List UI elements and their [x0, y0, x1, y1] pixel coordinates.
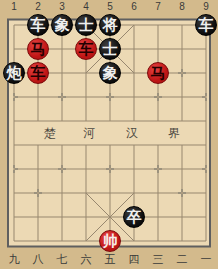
- bottom-coord-label: 八: [28, 252, 48, 266]
- top-coord-label: 6: [124, 1, 144, 13]
- piece-black-chariot[interactable]: 车: [27, 14, 49, 36]
- top-coord-label: 1: [4, 1, 24, 13]
- piece-black-elephant[interactable]: 象: [51, 14, 73, 36]
- piece-red-chariot[interactable]: 车: [27, 62, 49, 84]
- bottom-coord-label: 九: [4, 252, 24, 266]
- piece-red-horse[interactable]: 马: [27, 38, 49, 60]
- xiangqi-app: 123456789 楚河汉界 九八七六五四三二一 车象士将车马车士炮车象马卒帅: [0, 0, 218, 269]
- top-coord-label: 5: [100, 1, 120, 13]
- bottom-coord-label: 二: [172, 252, 192, 266]
- piece-black-advisor[interactable]: 士: [99, 38, 121, 60]
- bottom-coord-label: 一: [196, 252, 216, 266]
- top-coord-label: 3: [52, 1, 72, 13]
- top-coord-label: 4: [76, 1, 96, 13]
- river-char: 汉: [124, 126, 140, 140]
- piece-black-chariot[interactable]: 车: [195, 14, 217, 36]
- river-char: 界: [166, 126, 182, 140]
- bottom-coord-label: 五: [100, 252, 120, 266]
- bottom-coord-label: 七: [52, 252, 72, 266]
- bottom-coord-label: 三: [148, 252, 168, 266]
- piece-black-elephant[interactable]: 象: [99, 62, 121, 84]
- river-char: 河: [81, 126, 97, 140]
- top-coord-label: 9: [196, 1, 216, 13]
- piece-red-horse[interactable]: 马: [147, 62, 169, 84]
- piece-black-cannon[interactable]: 炮: [3, 62, 25, 84]
- top-coord-label: 7: [148, 1, 168, 13]
- piece-red-general[interactable]: 帅: [99, 230, 121, 252]
- piece-red-chariot[interactable]: 车: [75, 38, 97, 60]
- river-char: 楚: [42, 126, 58, 140]
- top-coord-label: 2: [28, 1, 48, 13]
- piece-black-general[interactable]: 将: [99, 14, 121, 36]
- bottom-coord-label: 六: [76, 252, 96, 266]
- top-coord-label: 8: [172, 1, 192, 13]
- piece-black-advisor[interactable]: 士: [75, 14, 97, 36]
- piece-black-soldier[interactable]: 卒: [123, 206, 145, 228]
- bottom-coord-label: 四: [124, 252, 144, 266]
